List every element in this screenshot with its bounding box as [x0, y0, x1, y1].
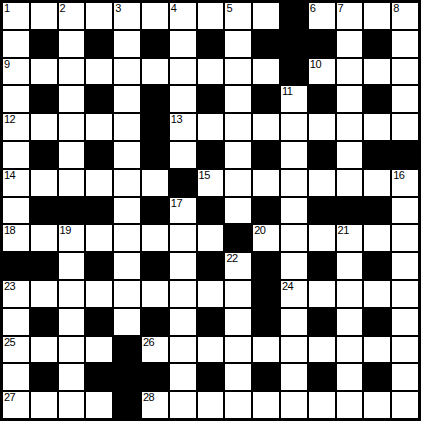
- white-cell-r7c4[interactable]: [114, 198, 140, 224]
- black-cell-r1c5: [142, 31, 168, 57]
- white-cell-r14c11[interactable]: [309, 392, 335, 418]
- white-cell-r1c6[interactable]: [170, 31, 196, 57]
- white-cell-r6c7[interactable]: 15: [198, 170, 224, 196]
- white-cell-r0c4[interactable]: 3: [114, 3, 140, 29]
- white-cell-r6c5[interactable]: [142, 170, 168, 196]
- white-cell-r11c8[interactable]: [225, 309, 251, 335]
- white-cell-r2c11[interactable]: 10: [309, 59, 335, 85]
- white-cell-r4c7[interactable]: [198, 114, 224, 140]
- white-cell-r6c13[interactable]: [364, 170, 390, 196]
- white-cell-r5c0[interactable]: [3, 142, 29, 168]
- black-cell-r7c9: [253, 198, 279, 224]
- clue-number-17: 17: [171, 198, 182, 209]
- white-cell-r4c10[interactable]: [281, 114, 307, 140]
- black-cell-r1c7: [198, 31, 224, 57]
- clue-number-15: 15: [199, 170, 210, 181]
- white-cell-r10c13[interactable]: [364, 281, 390, 307]
- black-cell-r13c4: [114, 364, 140, 390]
- white-cell-r3c0[interactable]: [3, 86, 29, 112]
- clue-number-6: 6: [310, 3, 316, 14]
- black-cell-r9c9: [253, 253, 279, 279]
- white-cell-r4c3[interactable]: [86, 114, 112, 140]
- clue-number-10: 10: [310, 59, 321, 70]
- white-cell-r13c10[interactable]: [281, 364, 307, 390]
- white-cell-r6c1[interactable]: [31, 170, 57, 196]
- crossword-page: 1234567891011121314151617181920212223242…: [0, 0, 423, 423]
- white-cell-r6c9[interactable]: [253, 170, 279, 196]
- white-cell-r6c0[interactable]: 14: [3, 170, 29, 196]
- white-cell-r9c4[interactable]: [114, 253, 140, 279]
- white-cell-r3c14[interactable]: [392, 86, 418, 112]
- white-cell-r4c14[interactable]: [392, 114, 418, 140]
- clue-number-26: 26: [143, 337, 154, 348]
- white-cell-r6c14[interactable]: 16: [392, 170, 418, 196]
- white-cell-r2c3[interactable]: [86, 59, 112, 85]
- black-cell-r7c1: [31, 198, 57, 224]
- white-cell-r11c14[interactable]: [392, 309, 418, 335]
- black-cell-r5c3: [86, 142, 112, 168]
- white-cell-r13c12[interactable]: [337, 364, 363, 390]
- white-cell-r9c2[interactable]: [59, 253, 85, 279]
- white-cell-r12c11[interactable]: [309, 337, 335, 363]
- white-cell-r10c4[interactable]: [114, 281, 140, 307]
- clue-number-22: 22: [226, 253, 237, 264]
- white-cell-r8c9[interactable]: 20: [253, 225, 279, 251]
- white-cell-r10c14[interactable]: [392, 281, 418, 307]
- white-cell-r11c4[interactable]: [114, 309, 140, 335]
- white-cell-r0c7[interactable]: [198, 3, 224, 29]
- white-cell-r4c8[interactable]: [225, 114, 251, 140]
- white-cell-r1c2[interactable]: [59, 31, 85, 57]
- black-cell-r10c9: [253, 281, 279, 307]
- white-cell-r0c2[interactable]: 2: [59, 3, 85, 29]
- white-cell-r14c14[interactable]: [392, 392, 418, 418]
- black-cell-r7c13: [364, 198, 390, 224]
- black-cell-r11c5: [142, 309, 168, 335]
- white-cell-r8c10[interactable]: [281, 225, 307, 251]
- white-cell-r14c7[interactable]: [198, 392, 224, 418]
- white-cell-r14c0[interactable]: 27: [3, 392, 29, 418]
- clue-number-4: 4: [171, 3, 177, 14]
- white-cell-r8c12[interactable]: 21: [337, 225, 363, 251]
- black-cell-r13c7: [198, 364, 224, 390]
- white-cell-r8c11[interactable]: [309, 225, 335, 251]
- white-cell-r10c6[interactable]: [170, 281, 196, 307]
- black-cell-r3c7: [198, 86, 224, 112]
- black-cell-r9c3: [86, 253, 112, 279]
- white-cell-r11c6[interactable]: [170, 309, 196, 335]
- clue-number-27: 27: [4, 392, 15, 403]
- white-cell-r0c5[interactable]: [142, 3, 168, 29]
- white-cell-r14c5[interactable]: 28: [142, 392, 168, 418]
- white-cell-r2c7[interactable]: [198, 59, 224, 85]
- white-cell-r2c1[interactable]: [31, 59, 57, 85]
- white-cell-r6c8[interactable]: [225, 170, 251, 196]
- white-cell-r13c14[interactable]: [392, 364, 418, 390]
- clue-number-8: 8: [393, 3, 399, 14]
- white-cell-r2c8[interactable]: [225, 59, 251, 85]
- white-cell-r14c12[interactable]: [337, 392, 363, 418]
- white-cell-r4c4[interactable]: [114, 114, 140, 140]
- white-cell-r4c13[interactable]: [364, 114, 390, 140]
- clue-number-23: 23: [4, 281, 15, 292]
- white-cell-r0c11[interactable]: 6: [309, 3, 335, 29]
- clue-number-18: 18: [4, 225, 15, 236]
- white-cell-r14c6[interactable]: [170, 392, 196, 418]
- white-cell-r10c11[interactable]: [309, 281, 335, 307]
- white-cell-r4c12[interactable]: [337, 114, 363, 140]
- white-cell-r12c7[interactable]: [198, 337, 224, 363]
- black-cell-r2c10: [281, 59, 307, 85]
- white-cell-r7c14[interactable]: [392, 198, 418, 224]
- white-cell-r9c8[interactable]: 22: [225, 253, 251, 279]
- white-cell-r1c0[interactable]: [3, 31, 29, 57]
- white-cell-r4c0[interactable]: 12: [3, 114, 29, 140]
- white-cell-r3c12[interactable]: [337, 86, 363, 112]
- white-cell-r11c10[interactable]: [281, 309, 307, 335]
- white-cell-r8c5[interactable]: [142, 225, 168, 251]
- white-cell-r10c12[interactable]: [337, 281, 363, 307]
- white-cell-r13c8[interactable]: [225, 364, 251, 390]
- clue-number-20: 20: [254, 225, 265, 236]
- white-cell-r12c14[interactable]: [392, 337, 418, 363]
- white-cell-r0c13[interactable]: [364, 3, 390, 29]
- white-cell-r8c13[interactable]: [364, 225, 390, 251]
- white-cell-r3c10[interactable]: 11: [281, 86, 307, 112]
- black-cell-r3c5: [142, 86, 168, 112]
- black-cell-r8c8: [225, 225, 251, 251]
- white-cell-r4c1[interactable]: [31, 114, 57, 140]
- black-cell-r13c13: [364, 364, 390, 390]
- black-cell-r3c1: [31, 86, 57, 112]
- black-cell-r5c9: [253, 142, 279, 168]
- white-cell-r6c3[interactable]: [86, 170, 112, 196]
- white-cell-r8c2[interactable]: 19: [59, 225, 85, 251]
- white-cell-r2c13[interactable]: [364, 59, 390, 85]
- clue-number-2: 2: [60, 3, 66, 14]
- white-cell-r9c14[interactable]: [392, 253, 418, 279]
- black-cell-r0c10: [281, 3, 307, 29]
- white-cell-r0c3[interactable]: [86, 3, 112, 29]
- white-cell-r14c8[interactable]: [225, 392, 251, 418]
- black-cell-r9c5: [142, 253, 168, 279]
- white-cell-r0c6[interactable]: 4: [170, 3, 196, 29]
- white-cell-r3c8[interactable]: [225, 86, 251, 112]
- black-cell-r7c3: [86, 198, 112, 224]
- black-cell-r13c5: [142, 364, 168, 390]
- black-cell-r1c13: [364, 31, 390, 57]
- black-cell-r3c13: [364, 86, 390, 112]
- white-cell-r5c10[interactable]: [281, 142, 307, 168]
- white-cell-r7c0[interactable]: [3, 198, 29, 224]
- white-cell-r1c4[interactable]: [114, 31, 140, 57]
- black-cell-r1c10: [281, 31, 307, 57]
- white-cell-r1c12[interactable]: [337, 31, 363, 57]
- black-cell-r11c3: [86, 309, 112, 335]
- white-cell-r12c8[interactable]: [225, 337, 251, 363]
- white-cell-r8c0[interactable]: 18: [3, 225, 29, 251]
- white-cell-r7c6[interactable]: 17: [170, 198, 196, 224]
- clue-number-3: 3: [115, 3, 121, 14]
- white-cell-r0c14[interactable]: 8: [392, 3, 418, 29]
- white-cell-r12c2[interactable]: [59, 337, 85, 363]
- white-cell-r3c2[interactable]: [59, 86, 85, 112]
- clue-number-14: 14: [4, 170, 15, 181]
- white-cell-r2c4[interactable]: [114, 59, 140, 85]
- white-cell-r9c6[interactable]: [170, 253, 196, 279]
- black-cell-r4c5: [142, 114, 168, 140]
- white-cell-r6c12[interactable]: [337, 170, 363, 196]
- black-cell-r9c1: [31, 253, 57, 279]
- black-cell-r7c11: [309, 198, 335, 224]
- white-cell-r9c12[interactable]: [337, 253, 363, 279]
- white-cell-r11c12[interactable]: [337, 309, 363, 335]
- white-cell-r5c6[interactable]: [170, 142, 196, 168]
- white-cell-r8c14[interactable]: [392, 225, 418, 251]
- black-cell-r3c11: [309, 86, 335, 112]
- white-cell-r2c5[interactable]: [142, 59, 168, 85]
- black-cell-r3c3: [86, 86, 112, 112]
- white-cell-r14c13[interactable]: [364, 392, 390, 418]
- white-cell-r2c0[interactable]: 9: [3, 59, 29, 85]
- black-cell-r13c9: [253, 364, 279, 390]
- white-cell-r12c0[interactable]: 25: [3, 337, 29, 363]
- white-cell-r4c11[interactable]: [309, 114, 335, 140]
- white-cell-r8c1[interactable]: [31, 225, 57, 251]
- black-cell-r5c11: [309, 142, 335, 168]
- black-cell-r5c5: [142, 142, 168, 168]
- white-cell-r0c1[interactable]: [31, 3, 57, 29]
- white-cell-r2c12[interactable]: [337, 59, 363, 85]
- white-cell-r5c8[interactable]: [225, 142, 251, 168]
- white-cell-r7c10[interactable]: [281, 198, 307, 224]
- white-cell-r10c10[interactable]: 24: [281, 281, 307, 307]
- white-cell-r10c8[interactable]: [225, 281, 251, 307]
- black-cell-r3c9: [253, 86, 279, 112]
- black-cell-r6c6: [170, 170, 196, 196]
- black-cell-r13c1: [31, 364, 57, 390]
- white-cell-r3c6[interactable]: [170, 86, 196, 112]
- crossword-grid: 1234567891011121314151617181920212223242…: [0, 0, 421, 421]
- black-cell-r5c7: [198, 142, 224, 168]
- black-cell-r14c4: [114, 392, 140, 418]
- white-cell-r7c8[interactable]: [225, 198, 251, 224]
- black-cell-r11c1: [31, 309, 57, 335]
- black-cell-r7c2: [59, 198, 85, 224]
- white-cell-r4c9[interactable]: [253, 114, 279, 140]
- white-cell-r12c3[interactable]: [86, 337, 112, 363]
- white-cell-r0c9[interactable]: [253, 3, 279, 29]
- black-cell-r9c0: [3, 253, 29, 279]
- white-cell-r5c2[interactable]: [59, 142, 85, 168]
- black-cell-r9c13: [364, 253, 390, 279]
- white-cell-r12c9[interactable]: [253, 337, 279, 363]
- white-cell-r13c2[interactable]: [59, 364, 85, 390]
- black-cell-r1c9: [253, 31, 279, 57]
- white-cell-r8c3[interactable]: [86, 225, 112, 251]
- clue-number-19: 19: [60, 225, 71, 236]
- white-cell-r12c1[interactable]: [31, 337, 57, 363]
- white-cell-r8c6[interactable]: [170, 225, 196, 251]
- white-cell-r2c2[interactable]: [59, 59, 85, 85]
- black-cell-r7c7: [198, 198, 224, 224]
- white-cell-r4c6[interactable]: 13: [170, 114, 196, 140]
- clue-number-21: 21: [338, 225, 349, 236]
- black-cell-r13c11: [309, 364, 335, 390]
- clue-number-28: 28: [143, 392, 154, 403]
- white-cell-r14c10[interactable]: [281, 392, 307, 418]
- black-cell-r9c7: [198, 253, 224, 279]
- white-cell-r6c10[interactable]: [281, 170, 307, 196]
- white-cell-r2c9[interactable]: [253, 59, 279, 85]
- white-cell-r2c6[interactable]: [170, 59, 196, 85]
- white-cell-r1c14[interactable]: [392, 31, 418, 57]
- clue-number-1: 1: [4, 3, 10, 14]
- white-cell-r12c12[interactable]: [337, 337, 363, 363]
- white-cell-r9c10[interactable]: [281, 253, 307, 279]
- white-cell-r0c8[interactable]: 5: [225, 3, 251, 29]
- clue-number-9: 9: [4, 59, 10, 70]
- white-cell-r11c2[interactable]: [59, 309, 85, 335]
- white-cell-r12c10[interactable]: [281, 337, 307, 363]
- black-cell-r5c14: [392, 142, 418, 168]
- clue-number-5: 5: [226, 3, 232, 14]
- white-cell-r8c4[interactable]: [114, 225, 140, 251]
- white-cell-r5c12[interactable]: [337, 142, 363, 168]
- black-cell-r1c1: [31, 31, 57, 57]
- white-cell-r6c2[interactable]: [59, 170, 85, 196]
- clue-number-13: 13: [171, 114, 182, 125]
- white-cell-r14c1[interactable]: [31, 392, 57, 418]
- clue-number-7: 7: [338, 3, 344, 14]
- white-cell-r10c1[interactable]: [31, 281, 57, 307]
- white-cell-r10c0[interactable]: 23: [3, 281, 29, 307]
- white-cell-r6c4[interactable]: [114, 170, 140, 196]
- white-cell-r0c0[interactable]: 1: [3, 3, 29, 29]
- white-cell-r14c3[interactable]: [86, 392, 112, 418]
- white-cell-r1c8[interactable]: [225, 31, 251, 57]
- white-cell-r2c14[interactable]: [392, 59, 418, 85]
- white-cell-r4c2[interactable]: [59, 114, 85, 140]
- white-cell-r10c7[interactable]: [198, 281, 224, 307]
- clue-number-24: 24: [282, 281, 293, 292]
- clue-number-25: 25: [4, 337, 15, 348]
- white-cell-r6c11[interactable]: [309, 170, 335, 196]
- white-cell-r10c2[interactable]: [59, 281, 85, 307]
- clue-number-12: 12: [4, 114, 15, 125]
- white-cell-r0c12[interactable]: 7: [337, 3, 363, 29]
- white-cell-r5c4[interactable]: [114, 142, 140, 168]
- black-cell-r1c11: [309, 31, 335, 57]
- white-cell-r12c5[interactable]: 26: [142, 337, 168, 363]
- black-cell-r5c13: [364, 142, 390, 168]
- black-cell-r12c4: [114, 337, 140, 363]
- white-cell-r14c9[interactable]: [253, 392, 279, 418]
- white-cell-r3c4[interactable]: [114, 86, 140, 112]
- clue-number-11: 11: [282, 86, 292, 97]
- black-cell-r7c12: [337, 198, 363, 224]
- black-cell-r13c3: [86, 364, 112, 390]
- black-cell-r11c9: [253, 309, 279, 335]
- white-cell-r8c7[interactable]: [198, 225, 224, 251]
- white-cell-r10c5[interactable]: [142, 281, 168, 307]
- black-cell-r11c13: [364, 309, 390, 335]
- white-cell-r12c6[interactable]: [170, 337, 196, 363]
- black-cell-r11c7: [198, 309, 224, 335]
- white-cell-r11c0[interactable]: [3, 309, 29, 335]
- black-cell-r1c3: [86, 31, 112, 57]
- white-cell-r13c0[interactable]: [3, 364, 29, 390]
- black-cell-r11c11: [309, 309, 335, 335]
- white-cell-r13c6[interactable]: [170, 364, 196, 390]
- black-cell-r9c11: [309, 253, 335, 279]
- black-cell-r5c1: [31, 142, 57, 168]
- white-cell-r10c3[interactable]: [86, 281, 112, 307]
- white-cell-r14c2[interactable]: [59, 392, 85, 418]
- black-cell-r7c5: [142, 198, 168, 224]
- clue-number-16: 16: [393, 170, 404, 181]
- white-cell-r12c13[interactable]: [364, 337, 390, 363]
